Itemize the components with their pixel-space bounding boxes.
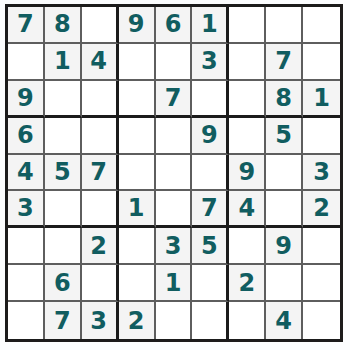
cell-r8c7[interactable]: 2 [229,265,266,302]
cell-r4c4[interactable] [119,118,156,155]
cell-r3c3[interactable] [82,81,119,118]
cell-r7c1[interactable] [8,228,45,265]
cell-r8c4[interactable] [119,265,156,302]
cell-r9c9[interactable] [303,302,340,339]
cell-r3c6[interactable] [192,81,229,118]
cell-r5c8[interactable] [266,155,303,192]
cell-r1c8[interactable] [266,7,303,44]
cell-r9c5[interactable] [156,302,193,339]
cell-r2c7[interactable] [229,44,266,81]
cell-r6c6[interactable]: 7 [192,191,229,228]
cell-r5c4[interactable] [119,155,156,192]
cell-r4c7[interactable] [229,118,266,155]
cell-r4c1[interactable]: 6 [8,118,45,155]
cell-r9c6[interactable] [192,302,229,339]
cell-r6c3[interactable] [82,191,119,228]
cell-r9c7[interactable] [229,302,266,339]
cell-r8c5[interactable]: 1 [156,265,193,302]
cell-r5c7[interactable]: 9 [229,155,266,192]
cell-r7c8[interactable]: 9 [266,228,303,265]
cell-r2c8[interactable]: 7 [266,44,303,81]
cell-r7c4[interactable] [119,228,156,265]
cell-r1c1[interactable]: 7 [8,7,45,44]
cell-r5c9[interactable]: 3 [303,155,340,192]
cell-r3c8[interactable]: 8 [266,81,303,118]
cell-r8c8[interactable] [266,265,303,302]
cell-r5c6[interactable] [192,155,229,192]
cell-r2c5[interactable] [156,44,193,81]
cell-r3c5[interactable]: 7 [156,81,193,118]
cell-r4c8[interactable]: 5 [266,118,303,155]
cell-r5c5[interactable] [156,155,193,192]
cell-r7c7[interactable] [229,228,266,265]
cell-r2c6[interactable]: 3 [192,44,229,81]
cell-r3c2[interactable] [45,81,82,118]
cell-r6c2[interactable] [45,191,82,228]
cell-r2c3[interactable]: 4 [82,44,119,81]
cell-r1c3[interactable] [82,7,119,44]
cell-r4c3[interactable] [82,118,119,155]
cell-r9c3[interactable]: 3 [82,302,119,339]
cell-r3c9[interactable]: 1 [303,81,340,118]
cell-r9c1[interactable] [8,302,45,339]
cell-r4c5[interactable] [156,118,193,155]
sudoku-board: 7896114379781695457933174223596127324 [5,4,343,342]
cell-r9c8[interactable]: 4 [266,302,303,339]
cell-r2c9[interactable] [303,44,340,81]
cell-r1c7[interactable] [229,7,266,44]
cell-r5c1[interactable]: 4 [8,155,45,192]
cell-r7c2[interactable] [45,228,82,265]
cell-r6c5[interactable] [156,191,193,228]
cell-r7c9[interactable] [303,228,340,265]
cell-r6c9[interactable]: 2 [303,191,340,228]
cell-r6c7[interactable]: 4 [229,191,266,228]
cell-r3c1[interactable]: 9 [8,81,45,118]
cell-r1c5[interactable]: 6 [156,7,193,44]
cell-r2c4[interactable] [119,44,156,81]
cell-r6c4[interactable]: 1 [119,191,156,228]
cell-r7c3[interactable]: 2 [82,228,119,265]
cell-r4c2[interactable] [45,118,82,155]
cell-r8c9[interactable] [303,265,340,302]
cell-r8c1[interactable] [8,265,45,302]
cell-r5c3[interactable]: 7 [82,155,119,192]
cell-r4c6[interactable]: 9 [192,118,229,155]
cell-r8c2[interactable]: 6 [45,265,82,302]
cell-r8c3[interactable] [82,265,119,302]
cell-r7c6[interactable]: 5 [192,228,229,265]
cell-r1c9[interactable] [303,7,340,44]
cell-r3c7[interactable] [229,81,266,118]
cell-r9c4[interactable]: 2 [119,302,156,339]
cell-r8c6[interactable] [192,265,229,302]
cell-r4c9[interactable] [303,118,340,155]
cell-r1c6[interactable]: 1 [192,7,229,44]
cell-r1c2[interactable]: 8 [45,7,82,44]
cell-r6c1[interactable]: 3 [8,191,45,228]
cell-r3c4[interactable] [119,81,156,118]
cell-r7c5[interactable]: 3 [156,228,193,265]
cell-r1c4[interactable]: 9 [119,7,156,44]
cell-r2c2[interactable]: 1 [45,44,82,81]
cell-r9c2[interactable]: 7 [45,302,82,339]
cell-r5c2[interactable]: 5 [45,155,82,192]
cell-r6c8[interactable] [266,191,303,228]
cell-r2c1[interactable] [8,44,45,81]
